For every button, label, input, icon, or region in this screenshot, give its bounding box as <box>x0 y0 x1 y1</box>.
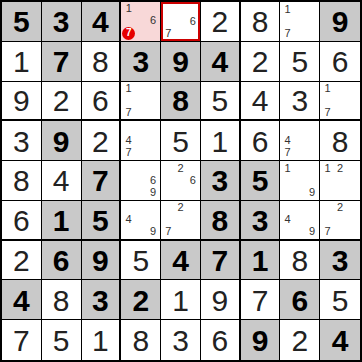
entered-digit: 3 <box>172 326 189 356</box>
given-digit: 4 <box>332 326 349 356</box>
pencil-marks: 17 <box>281 3 318 40</box>
cell-r5c7[interactable]: 5 <box>241 161 281 201</box>
entered-digit: 1 <box>92 326 109 356</box>
given-digit: 4 <box>172 246 189 276</box>
candidate-7: 7 <box>162 28 174 40</box>
cell-r4c2[interactable]: 9 <box>42 121 82 161</box>
entered-digit: 6 <box>252 127 269 157</box>
cell-r4c8[interactable]: 47 <box>280 121 320 161</box>
cell-r3c7[interactable]: 4 <box>241 82 281 122</box>
cell-r2c9[interactable]: 6 <box>320 42 360 82</box>
given-digit: 3 <box>252 206 269 236</box>
candidate-7-circled: 7 <box>122 27 135 40</box>
entered-digit: 2 <box>252 47 269 77</box>
cell-r1c1[interactable]: 5 <box>2 2 42 42</box>
cell-r4c6[interactable]: 1 <box>201 121 241 161</box>
cell-r2c3[interactable]: 8 <box>82 42 122 82</box>
cell-r2c2[interactable]: 7 <box>42 42 82 82</box>
candidate-7: 7 <box>281 28 293 40</box>
given-digit: 4 <box>13 286 30 316</box>
cell-r1c4[interactable]: 167 <box>121 2 161 42</box>
given-digit: 3 <box>53 7 70 37</box>
candidate-6: 6 <box>187 174 199 186</box>
cell-r1c6[interactable]: 2 <box>201 2 241 42</box>
candidate-4: 4 <box>122 214 134 226</box>
given-digit: 3 <box>332 246 349 276</box>
entered-digit: 6 <box>332 47 349 77</box>
candidate-2: 2 <box>334 162 347 174</box>
cell-r5c5[interactable]: 26 <box>161 161 201 201</box>
entered-digit: 1 <box>172 286 189 316</box>
cell-r8c6[interactable]: 9 <box>201 280 241 320</box>
entered-digit: 4 <box>53 166 70 196</box>
pencil-marks: 67 <box>162 3 199 40</box>
candidate-6: 6 <box>147 174 159 186</box>
pencil-marks: 27 <box>321 202 359 238</box>
cell-r8c1[interactable]: 4 <box>2 280 42 320</box>
given-digit: 7 <box>53 47 70 77</box>
cell-r4c1[interactable]: 3 <box>2 121 42 161</box>
cell-r9c2[interactable]: 5 <box>42 320 82 360</box>
cell-r5c3[interactable]: 7 <box>82 161 122 201</box>
candidate-1: 1 <box>281 162 293 174</box>
given-digit: 6 <box>53 246 70 276</box>
cell-r9c8[interactable]: 2 <box>280 320 320 360</box>
candidate-7: 7 <box>321 106 334 118</box>
given-digit: 6 <box>291 286 308 316</box>
candidate-6: 6 <box>147 15 159 27</box>
cell-r8c2[interactable]: 8 <box>42 280 82 320</box>
given-digit: 8 <box>211 206 228 236</box>
entered-digit: 1 <box>13 47 30 77</box>
cell-r2c4[interactable]: 3 <box>121 42 161 82</box>
candidate-4: 4 <box>122 135 134 147</box>
given-digit: 3 <box>211 166 228 196</box>
cell-r1c7[interactable]: 8 <box>241 2 281 42</box>
candidate-7: 7 <box>321 226 334 238</box>
given-digit: 2 <box>132 286 149 316</box>
cell-r8c9[interactable]: 5 <box>320 280 360 320</box>
pencil-marks: 47 <box>281 122 318 159</box>
given-digit: 1 <box>53 206 70 236</box>
entered-digit: 4 <box>252 86 269 116</box>
candidate-1: 1 <box>122 83 134 95</box>
cell-r9c1[interactable]: 7 <box>2 320 42 360</box>
cell-r1c2[interactable]: 3 <box>42 2 82 42</box>
candidate-9: 9 <box>306 187 318 199</box>
entered-digit: 8 <box>92 47 109 77</box>
pencil-marks: 17 <box>321 83 359 119</box>
entered-digit: 7 <box>13 326 30 356</box>
given-digit: 7 <box>92 166 109 196</box>
cell-r7c5[interactable]: 4 <box>161 241 201 281</box>
candidate-7: 7 <box>162 226 174 238</box>
cell-r6c2[interactable]: 1 <box>42 201 82 241</box>
cell-r1c5[interactable]: 67 <box>161 2 201 42</box>
cell-r4c9[interactable]: 8 <box>320 121 360 161</box>
given-digit: 9 <box>332 7 349 37</box>
cell-r1c3[interactable]: 4 <box>82 2 122 42</box>
cell-r8c3[interactable]: 3 <box>82 280 122 320</box>
cell-r2c7[interactable]: 2 <box>241 42 281 82</box>
cell-r6c1[interactable]: 6 <box>2 201 42 241</box>
entered-digit: 5 <box>132 246 149 276</box>
cell-r2c5[interactable]: 9 <box>161 42 201 82</box>
given-digit: 7 <box>211 246 228 276</box>
entered-digit: 8 <box>13 166 30 196</box>
cell-r7c4[interactable]: 5 <box>121 241 161 281</box>
cell-r5c9[interactable]: 12 <box>320 161 360 201</box>
entered-digit: 2 <box>13 246 30 276</box>
given-digit: 8 <box>172 86 189 116</box>
entered-digit: 2 <box>53 86 70 116</box>
entered-digit: 2 <box>211 7 228 37</box>
entered-digit: 5 <box>211 86 228 116</box>
cell-r4c7[interactable]: 6 <box>241 121 281 161</box>
cell-r5c1[interactable]: 8 <box>2 161 42 201</box>
entered-digit: 5 <box>172 127 189 157</box>
entered-digit: 9 <box>13 86 30 116</box>
entered-digit: 5 <box>53 326 70 356</box>
candidate-1: 1 <box>321 162 334 174</box>
pencil-marks: 27 <box>162 202 199 238</box>
given-digit: 5 <box>92 206 109 236</box>
entered-digit: 8 <box>53 286 70 316</box>
cell-r7c9[interactable]: 3 <box>320 241 360 281</box>
candidate-2: 2 <box>334 202 347 214</box>
candidate-9: 9 <box>306 226 318 238</box>
candidate-7: 7 <box>122 147 134 159</box>
candidate-4: 4 <box>281 135 293 147</box>
cell-r4c4[interactable]: 47 <box>121 121 161 161</box>
entered-digit: 7 <box>252 286 269 316</box>
pencil-marks: 17 <box>122 83 159 119</box>
given-digit: 5 <box>252 166 269 196</box>
entered-digit: 1 <box>211 127 228 157</box>
cell-r2c8[interactable]: 5 <box>280 42 320 82</box>
entered-digit: 3 <box>291 86 308 116</box>
given-digit: 3 <box>92 286 109 316</box>
sudoku-board: 5341676728179178394256926178543173924751… <box>0 0 362 362</box>
cell-r9c9[interactable]: 4 <box>320 320 360 360</box>
entered-digit: 5 <box>291 47 308 77</box>
pencil-marks: 49 <box>122 202 159 238</box>
entered-digit: 2 <box>291 326 308 356</box>
cell-r5c4[interactable]: 69 <box>121 161 161 201</box>
candidate-1: 1 <box>281 3 293 15</box>
entered-digit: 6 <box>13 206 30 236</box>
pencil-marks: 49 <box>281 202 318 238</box>
cell-r8c8[interactable]: 6 <box>280 280 320 320</box>
entered-digit: 9 <box>211 286 228 316</box>
candidate-7: 7 <box>122 106 134 118</box>
cell-r6c3[interactable]: 5 <box>82 201 122 241</box>
given-digit: 9 <box>92 246 109 276</box>
given-digit: 9 <box>172 47 189 77</box>
cell-r3c8[interactable]: 3 <box>280 82 320 122</box>
given-digit: 3 <box>132 47 149 77</box>
cell-r5c6[interactable]: 3 <box>201 161 241 201</box>
cell-r8c5[interactable]: 1 <box>161 280 201 320</box>
cell-r7c8[interactable]: 8 <box>280 241 320 281</box>
pencil-marks: 167 <box>122 3 159 40</box>
entered-digit: 6 <box>92 86 109 116</box>
candidate-9: 9 <box>147 226 159 238</box>
cell-r7c1[interactable]: 2 <box>2 241 42 281</box>
given-digit: 5 <box>13 7 30 37</box>
entered-digit: 3 <box>13 127 30 157</box>
entered-digit: 8 <box>132 326 149 356</box>
entered-digit: 8 <box>291 246 308 276</box>
cell-r6c5[interactable]: 27 <box>161 201 201 241</box>
cell-r5c8[interactable]: 19 <box>280 161 320 201</box>
pencil-marks: 26 <box>162 162 199 199</box>
given-digit: 4 <box>211 47 228 77</box>
cell-r9c6[interactable]: 6 <box>201 320 241 360</box>
cell-r6c4[interactable]: 49 <box>121 201 161 241</box>
cell-r3c2[interactable]: 2 <box>42 82 82 122</box>
given-digit: 9 <box>252 326 269 356</box>
cell-r9c3[interactable]: 1 <box>82 320 122 360</box>
pencil-marks: 12 <box>321 162 359 199</box>
given-digit: 1 <box>252 246 269 276</box>
cell-r1c8[interactable]: 17 <box>280 2 320 42</box>
cell-r3c1[interactable]: 9 <box>2 82 42 122</box>
cell-r4c5[interactable]: 5 <box>161 121 201 161</box>
cell-r2c1[interactable]: 1 <box>2 42 42 82</box>
candidate-2: 2 <box>174 202 186 214</box>
entered-digit: 8 <box>332 127 349 157</box>
candidate-2: 2 <box>174 162 186 174</box>
given-digit: 9 <box>53 127 70 157</box>
cell-r2c6[interactable]: 4 <box>201 42 241 82</box>
cell-r7c2[interactable]: 6 <box>42 241 82 281</box>
cell-r7c6[interactable]: 7 <box>201 241 241 281</box>
cell-r9c4[interactable]: 8 <box>121 320 161 360</box>
pencil-marks: 19 <box>281 162 318 199</box>
pencil-marks: 47 <box>122 122 159 159</box>
candidate-9: 9 <box>147 187 159 199</box>
cell-r7c3[interactable]: 9 <box>82 241 122 281</box>
cell-r6c9[interactable]: 27 <box>320 201 360 241</box>
cell-r9c7[interactable]: 9 <box>241 320 281 360</box>
candidate-1: 1 <box>122 3 135 15</box>
cell-r4c3[interactable]: 2 <box>82 121 122 161</box>
cell-r6c8[interactable]: 49 <box>280 201 320 241</box>
entered-digit: 6 <box>211 326 228 356</box>
cell-r9c5[interactable]: 3 <box>161 320 201 360</box>
cell-r7c7[interactable]: 1 <box>241 241 281 281</box>
cell-r3c5[interactable]: 8 <box>161 82 201 122</box>
given-digit: 4 <box>92 7 109 37</box>
cell-r6c6[interactable]: 8 <box>201 201 241 241</box>
cell-r8c7[interactable]: 7 <box>241 280 281 320</box>
candidate-7: 7 <box>281 147 293 159</box>
cell-r6c7[interactable]: 3 <box>241 201 281 241</box>
candidate-1: 1 <box>321 83 334 95</box>
cell-r5c2[interactable]: 4 <box>42 161 82 201</box>
candidate-4: 4 <box>281 214 293 226</box>
cell-r3c4[interactable]: 17 <box>121 82 161 122</box>
pencil-marks: 69 <box>122 162 159 199</box>
cell-r3c9[interactable]: 17 <box>320 82 360 122</box>
cell-r3c3[interactable]: 6 <box>82 82 122 122</box>
candidate-6: 6 <box>187 15 199 27</box>
cell-r8c4[interactable]: 2 <box>121 280 161 320</box>
entered-digit: 2 <box>92 127 109 157</box>
entered-digit: 8 <box>252 7 269 37</box>
cell-r1c9[interactable]: 9 <box>320 2 360 42</box>
entered-digit: 5 <box>332 286 349 316</box>
cell-r3c6[interactable]: 5 <box>201 82 241 122</box>
